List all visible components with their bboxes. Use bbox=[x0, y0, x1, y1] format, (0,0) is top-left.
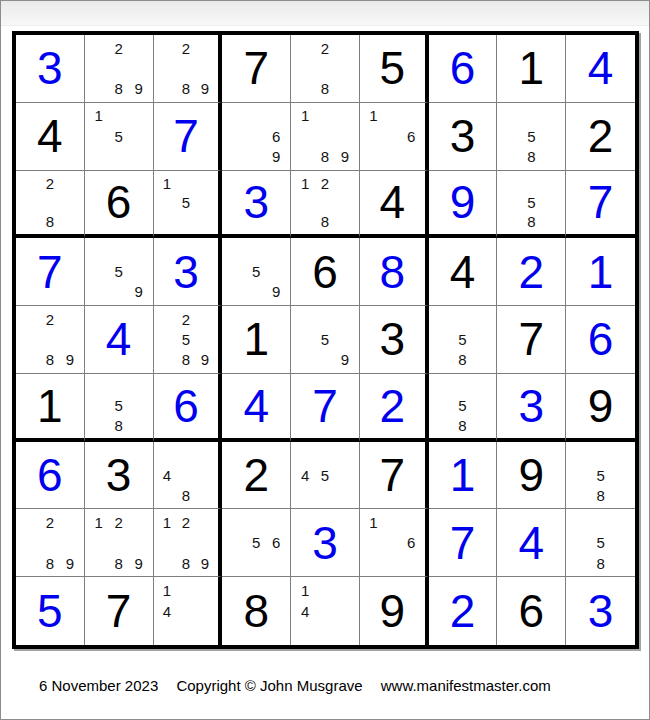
cell-r5c7[interactable]: 58 bbox=[429, 306, 498, 374]
pencil-mark-slot bbox=[295, 193, 315, 212]
pencil-mark-slot bbox=[195, 174, 214, 193]
pencil-mark-slot bbox=[315, 309, 335, 329]
cell-value: 2 bbox=[379, 383, 405, 429]
cell-value: 3 bbox=[312, 520, 338, 566]
pencil-mark-slot bbox=[570, 512, 590, 532]
cell-r8c4[interactable]: 56 bbox=[222, 509, 291, 577]
cell-r1c4[interactable]: 7 bbox=[222, 35, 291, 103]
cell-r5c9[interactable]: 6 bbox=[566, 306, 635, 374]
cell-value: 3 bbox=[37, 45, 63, 91]
pencil-mark-slot: 9 bbox=[335, 350, 355, 370]
pencil-mark-slot bbox=[109, 58, 129, 78]
cell-r9c5[interactable]: 14 bbox=[291, 577, 360, 645]
pencil-mark-slot bbox=[158, 309, 177, 329]
pencil-mark-slot: 2 bbox=[176, 309, 195, 329]
cell-value: 7 bbox=[588, 179, 614, 225]
cell-value: 4 bbox=[106, 316, 132, 362]
pencil-mark-slot bbox=[60, 174, 80, 193]
cell-r6c8[interactable]: 3 bbox=[497, 374, 566, 442]
pencil-mark-slot bbox=[40, 329, 60, 349]
cell-r4c8[interactable]: 2 bbox=[497, 238, 566, 306]
cell-r7c8[interactable]: 9 bbox=[497, 442, 566, 510]
cell-value: 2 bbox=[588, 113, 614, 159]
pencil-mark-slot bbox=[176, 621, 195, 642]
cell-r1c6[interactable]: 5 bbox=[360, 35, 429, 103]
pencil-mark-slot: 9 bbox=[195, 79, 214, 99]
pencil-mark-slot bbox=[89, 58, 109, 78]
cell-r4c2[interactable]: 59 bbox=[85, 238, 154, 306]
top-toolbar bbox=[1, 1, 649, 26]
cell-value: 2 bbox=[243, 452, 269, 498]
pencil-mark-slot: 8 bbox=[176, 553, 195, 573]
pencil-mark-slot bbox=[383, 126, 402, 146]
pencil-mark-slot bbox=[89, 79, 109, 99]
pencil-mark-slot bbox=[433, 350, 453, 370]
cell-r8c9[interactable]: 58 bbox=[566, 509, 635, 577]
pencil-mark-slot: 5 bbox=[521, 126, 541, 146]
pencil-mark-slot bbox=[611, 485, 631, 505]
pencil-mark-slot bbox=[246, 512, 266, 532]
pencil-mark-slot: 8 bbox=[176, 350, 195, 370]
cell-value: 3 bbox=[243, 179, 269, 225]
cell-r5c1[interactable]: 289 bbox=[16, 306, 85, 374]
cell-r6c1[interactable]: 1 bbox=[16, 374, 85, 442]
cell-value: 7 bbox=[519, 316, 545, 362]
cell-value: 1 bbox=[450, 452, 476, 498]
pencil-mark-slot: 9 bbox=[266, 282, 286, 302]
pencil-mark-slot bbox=[315, 580, 335, 601]
pencil-marks: 59 bbox=[222, 238, 290, 305]
cell-r6c4[interactable]: 4 bbox=[222, 374, 291, 442]
cell-value: 9 bbox=[450, 179, 476, 225]
cell-r9c1[interactable]: 5 bbox=[16, 577, 85, 645]
cell-r6c9[interactable]: 9 bbox=[566, 374, 635, 442]
pencil-mark-slot: 2 bbox=[315, 174, 335, 193]
pencil-mark-slot: 1 bbox=[364, 512, 383, 532]
pencil-mark-slot bbox=[501, 193, 521, 212]
pencil-mark-slot bbox=[176, 174, 195, 193]
pencil-mark-slot: 8 bbox=[521, 212, 541, 231]
cell-r1c2[interactable]: 289 bbox=[85, 35, 154, 103]
pencil-mark-slot bbox=[20, 512, 40, 532]
pencil-mark-slot bbox=[335, 601, 355, 622]
cell-r9c9[interactable]: 3 bbox=[566, 577, 635, 645]
cell-r4c1[interactable]: 7 bbox=[16, 238, 85, 306]
cell-r8c8[interactable]: 4 bbox=[497, 509, 566, 577]
pencil-mark-slot bbox=[611, 445, 631, 465]
pencil-mark-slot: 8 bbox=[453, 350, 473, 370]
pencil-mark-slot bbox=[89, 38, 109, 58]
pencil-marks: 14 bbox=[291, 577, 359, 645]
pencil-mark-slot bbox=[335, 193, 355, 212]
pencil-mark-slot bbox=[109, 282, 129, 302]
cell-r7c6[interactable]: 7 bbox=[360, 442, 429, 510]
pencil-mark-slot bbox=[364, 533, 383, 553]
pencil-mark-slot bbox=[453, 309, 473, 329]
pencil-mark-slot: 9 bbox=[195, 350, 214, 370]
pencil-mark-slot bbox=[158, 329, 177, 349]
pencil-mark-slot bbox=[40, 533, 60, 553]
pencil-marks: 58 bbox=[497, 103, 565, 170]
pencil-mark-slot bbox=[246, 241, 266, 261]
pencil-mark-slot: 9 bbox=[266, 146, 286, 166]
cell-r2c6[interactable]: 16 bbox=[360, 103, 429, 171]
cell-value: 7 bbox=[312, 383, 338, 429]
pencil-mark-slot bbox=[335, 212, 355, 231]
cell-value: 1 bbox=[588, 249, 614, 295]
cell-r3c3[interactable]: 15 bbox=[154, 171, 223, 239]
pencil-mark-slot bbox=[590, 512, 610, 532]
pencil-mark-slot bbox=[226, 146, 246, 166]
cell-r2c9[interactable]: 2 bbox=[566, 103, 635, 171]
pencil-marks: 1289 bbox=[154, 509, 219, 576]
pencil-mark-slot bbox=[266, 512, 286, 532]
pencil-mark-slot bbox=[266, 262, 286, 282]
pencil-mark-slot bbox=[20, 329, 40, 349]
pencil-marks: 14 bbox=[154, 577, 219, 645]
cell-r8c5[interactable]: 3 bbox=[291, 509, 360, 577]
pencil-mark-slot bbox=[176, 212, 195, 231]
pencil-marks: 1289 bbox=[85, 509, 153, 576]
pencil-mark-slot bbox=[364, 146, 383, 166]
pencil-mark-slot bbox=[226, 106, 246, 126]
cell-r1c7[interactable]: 6 bbox=[429, 35, 498, 103]
pencil-marks: 15 bbox=[154, 171, 219, 235]
pencil-marks: 289 bbox=[16, 306, 84, 373]
pencil-mark-slot: 8 bbox=[40, 350, 60, 370]
cell-r4c4[interactable]: 59 bbox=[222, 238, 291, 306]
pencil-mark-slot bbox=[195, 485, 214, 505]
pencil-mark-slot bbox=[295, 329, 315, 349]
cell-r4c9[interactable]: 1 bbox=[566, 238, 635, 306]
pencil-mark-slot: 8 bbox=[109, 553, 129, 573]
pencil-marks: 289 bbox=[154, 35, 219, 102]
cell-r3c4[interactable]: 3 bbox=[222, 171, 291, 239]
pencil-mark-slot bbox=[501, 106, 521, 126]
cell-value: 6 bbox=[588, 316, 614, 362]
cell-value: 3 bbox=[519, 383, 545, 429]
pencil-mark-slot bbox=[383, 512, 402, 532]
pencil-mark-slot bbox=[383, 106, 402, 126]
pencil-mark-slot bbox=[315, 106, 335, 126]
cell-r1c9[interactable]: 4 bbox=[566, 35, 635, 103]
pencil-mark-slot: 1 bbox=[158, 512, 177, 532]
cell-r3c9[interactable]: 7 bbox=[566, 171, 635, 239]
cell-r8c6[interactable]: 16 bbox=[360, 509, 429, 577]
cell-r5c2[interactable]: 4 bbox=[85, 306, 154, 374]
cell-value: 5 bbox=[37, 588, 63, 634]
pencil-mark-slot bbox=[335, 58, 355, 78]
sudoku-page: 3289289728561441576918916358228615312849… bbox=[0, 0, 650, 720]
pencil-marks: 59 bbox=[291, 306, 359, 373]
cell-value: 7 bbox=[243, 45, 269, 91]
pencil-mark-slot bbox=[611, 553, 631, 573]
pencil-mark-slot bbox=[60, 329, 80, 349]
pencil-mark-slot bbox=[176, 58, 195, 78]
cell-r6c2[interactable]: 58 bbox=[85, 374, 154, 442]
pencil-mark-slot bbox=[89, 415, 109, 434]
pencil-mark-slot bbox=[20, 350, 40, 370]
pencil-mark-slot bbox=[315, 193, 335, 212]
cell-value: 5 bbox=[379, 45, 405, 91]
pencil-mark-slot bbox=[335, 485, 355, 505]
pencil-mark-slot bbox=[266, 106, 286, 126]
pencil-mark-slot: 1 bbox=[158, 580, 177, 601]
pencil-mark-slot: 8 bbox=[315, 212, 335, 231]
cell-r8c1[interactable]: 289 bbox=[16, 509, 85, 577]
pencil-mark-slot bbox=[611, 533, 631, 553]
cell-r2c1[interactable]: 4 bbox=[16, 103, 85, 171]
pencil-marks: 48 bbox=[154, 442, 219, 509]
pencil-mark-slot: 9 bbox=[60, 553, 80, 573]
cell-r7c9[interactable]: 58 bbox=[566, 442, 635, 510]
pencil-mark-slot bbox=[158, 350, 177, 370]
cell-r8c3[interactable]: 1289 bbox=[154, 509, 223, 577]
pencil-mark-slot: 8 bbox=[590, 485, 610, 505]
pencil-mark-slot bbox=[129, 533, 149, 553]
pencil-mark-slot bbox=[453, 377, 473, 396]
pencil-mark-slot: 2 bbox=[315, 38, 335, 58]
pencil-mark-slot bbox=[20, 193, 40, 212]
cell-r8c7[interactable]: 7 bbox=[429, 509, 498, 577]
cell-r1c1[interactable]: 3 bbox=[16, 35, 85, 103]
pencil-mark-slot bbox=[158, 553, 177, 573]
pencil-mark-slot bbox=[60, 309, 80, 329]
pencil-mark-slot bbox=[195, 533, 214, 553]
cell-value: 3 bbox=[106, 452, 132, 498]
pencil-mark-slot: 4 bbox=[295, 601, 315, 622]
pencil-mark-slot bbox=[129, 512, 149, 532]
pencil-mark-slot bbox=[295, 350, 315, 370]
pencil-mark-slot: 1 bbox=[89, 106, 109, 126]
cell-r1c3[interactable]: 289 bbox=[154, 35, 223, 103]
pencil-mark-slot bbox=[226, 262, 246, 282]
footer: 6 November 2023 Copyright © John Musgrav… bbox=[39, 677, 565, 694]
pencil-mark-slot bbox=[501, 174, 521, 193]
cell-r9c7[interactable]: 2 bbox=[429, 577, 498, 645]
pencil-mark-slot bbox=[109, 533, 129, 553]
footer-website[interactable]: www.manifestmaster.com bbox=[381, 677, 551, 694]
pencil-mark-slot bbox=[195, 465, 214, 485]
pencil-mark-slot bbox=[246, 126, 266, 146]
pencil-mark-slot: 1 bbox=[295, 580, 315, 601]
pencil-marks: 56 bbox=[222, 509, 290, 576]
cell-r5c6[interactable]: 3 bbox=[360, 306, 429, 374]
pencil-mark-slot bbox=[226, 282, 246, 302]
cell-r9c3[interactable]: 14 bbox=[154, 577, 223, 645]
pencil-mark-slot bbox=[129, 38, 149, 58]
pencil-mark-slot bbox=[129, 241, 149, 261]
pencil-marks: 28 bbox=[291, 35, 359, 102]
cell-r1c8[interactable]: 1 bbox=[497, 35, 566, 103]
cell-r2c5[interactable]: 189 bbox=[291, 103, 360, 171]
pencil-mark-slot: 5 bbox=[109, 396, 129, 415]
cell-r5c4[interactable]: 1 bbox=[222, 306, 291, 374]
pencil-mark-slot bbox=[315, 485, 335, 505]
cell-r6c6[interactable]: 2 bbox=[360, 374, 429, 442]
pencil-mark-slot bbox=[195, 212, 214, 231]
pencil-mark-slot bbox=[473, 350, 493, 370]
cell-r3c1[interactable]: 28 bbox=[16, 171, 85, 239]
pencil-mark-slot bbox=[89, 241, 109, 261]
cell-r2c7[interactable]: 3 bbox=[429, 103, 498, 171]
cell-value: 7 bbox=[106, 588, 132, 634]
pencil-mark-slot: 5 bbox=[315, 465, 335, 485]
pencil-mark-slot bbox=[611, 465, 631, 485]
cell-value: 4 bbox=[379, 179, 405, 225]
pencil-mark-slot bbox=[383, 553, 402, 573]
pencil-marks: 15 bbox=[85, 103, 153, 170]
cell-value: 1 bbox=[243, 316, 269, 362]
cell-r3c5[interactable]: 128 bbox=[291, 171, 360, 239]
pencil-mark-slot bbox=[89, 126, 109, 146]
cell-value: 6 bbox=[450, 45, 476, 91]
pencil-mark-slot bbox=[246, 282, 266, 302]
pencil-mark-slot bbox=[129, 377, 149, 396]
pencil-marks: 128 bbox=[291, 171, 359, 235]
pencil-mark-slot bbox=[335, 329, 355, 349]
pencil-mark-slot: 9 bbox=[129, 282, 149, 302]
pencil-mark-slot bbox=[266, 553, 286, 573]
pencil-mark-slot: 5 bbox=[109, 126, 129, 146]
pencil-mark-slot: 1 bbox=[295, 106, 315, 126]
pencil-mark-slot bbox=[20, 212, 40, 231]
pencil-mark-slot bbox=[109, 377, 129, 396]
pencil-mark-slot: 1 bbox=[364, 106, 383, 126]
pencil-mark-slot bbox=[158, 621, 177, 642]
cell-r6c3[interactable]: 6 bbox=[154, 374, 223, 442]
pencil-mark-slot bbox=[158, 485, 177, 505]
pencil-mark-slot bbox=[20, 533, 40, 553]
pencil-mark-slot bbox=[195, 580, 214, 601]
cell-r7c5[interactable]: 45 bbox=[291, 442, 360, 510]
cell-r3c7[interactable]: 9 bbox=[429, 171, 498, 239]
cell-r3c6[interactable]: 4 bbox=[360, 171, 429, 239]
pencil-mark-slot: 9 bbox=[335, 146, 355, 166]
pencil-mark-slot bbox=[541, 146, 561, 166]
pencil-mark-slot: 1 bbox=[295, 174, 315, 193]
pencil-mark-slot: 9 bbox=[60, 350, 80, 370]
pencil-mark-slot bbox=[433, 309, 453, 329]
pencil-mark-slot bbox=[176, 533, 195, 553]
pencil-mark-slot: 8 bbox=[521, 146, 541, 166]
cell-r2c3[interactable]: 7 bbox=[154, 103, 223, 171]
pencil-mark-slot bbox=[335, 79, 355, 99]
pencil-mark-slot bbox=[246, 146, 266, 166]
pencil-mark-slot bbox=[129, 126, 149, 146]
cell-r3c8[interactable]: 58 bbox=[497, 171, 566, 239]
pencil-mark-slot bbox=[473, 396, 493, 415]
cell-r9c4[interactable]: 8 bbox=[222, 577, 291, 645]
pencil-mark-slot bbox=[433, 377, 453, 396]
cell-value: 3 bbox=[450, 113, 476, 159]
cell-r7c3[interactable]: 48 bbox=[154, 442, 223, 510]
cell-value: 6 bbox=[519, 588, 545, 634]
pencil-mark-slot: 5 bbox=[246, 533, 266, 553]
cell-r3c2[interactable]: 6 bbox=[85, 171, 154, 239]
cell-r1c5[interactable]: 28 bbox=[291, 35, 360, 103]
pencil-marks: 58 bbox=[429, 306, 497, 373]
pencil-mark-slot bbox=[89, 553, 109, 573]
cell-r8c2[interactable]: 1289 bbox=[85, 509, 154, 577]
pencil-mark-slot bbox=[60, 212, 80, 231]
pencil-mark-slot bbox=[195, 193, 214, 212]
pencil-marks: 289 bbox=[16, 509, 84, 576]
cell-r9c2[interactable]: 7 bbox=[85, 577, 154, 645]
pencil-mark-slot bbox=[364, 553, 383, 573]
pencil-mark-slot: 2 bbox=[176, 38, 195, 58]
pencil-mark-slot bbox=[246, 106, 266, 126]
pencil-mark-slot bbox=[158, 193, 177, 212]
cell-r6c5[interactable]: 7 bbox=[291, 374, 360, 442]
cell-r7c2[interactable]: 3 bbox=[85, 442, 154, 510]
pencil-mark-slot bbox=[295, 126, 315, 146]
pencil-marks: 16 bbox=[360, 509, 425, 576]
pencil-marks: 59 bbox=[85, 238, 153, 305]
cell-r2c4[interactable]: 69 bbox=[222, 103, 291, 171]
pencil-mark-slot bbox=[20, 309, 40, 329]
cell-value: 8 bbox=[379, 249, 405, 295]
cell-r4c3[interactable]: 3 bbox=[154, 238, 223, 306]
pencil-mark-slot bbox=[129, 396, 149, 415]
cell-r9c8[interactable]: 6 bbox=[497, 577, 566, 645]
cell-r5c8[interactable]: 7 bbox=[497, 306, 566, 374]
cell-value: 4 bbox=[243, 383, 269, 429]
pencil-mark-slot: 5 bbox=[176, 329, 195, 349]
pencil-mark-slot bbox=[473, 309, 493, 329]
pencil-mark-slot bbox=[176, 580, 195, 601]
cell-value: 2 bbox=[450, 588, 476, 634]
cell-r2c8[interactable]: 58 bbox=[497, 103, 566, 171]
pencil-mark-slot bbox=[335, 465, 355, 485]
pencil-mark-slot: 6 bbox=[402, 533, 421, 553]
pencil-mark-slot bbox=[501, 212, 521, 231]
pencil-mark-slot: 8 bbox=[40, 212, 60, 231]
pencil-mark-slot bbox=[402, 146, 421, 166]
cell-value: 6 bbox=[106, 179, 132, 225]
cell-r7c1[interactable]: 6 bbox=[16, 442, 85, 510]
pencil-mark-slot: 2 bbox=[109, 512, 129, 532]
cell-r7c4[interactable]: 2 bbox=[222, 442, 291, 510]
cell-r4c5[interactable]: 6 bbox=[291, 238, 360, 306]
pencil-mark-slot bbox=[295, 621, 315, 642]
cell-r6c7[interactable]: 58 bbox=[429, 374, 498, 442]
pencil-marks: 189 bbox=[291, 103, 359, 170]
footer-date: 6 November 2023 bbox=[39, 677, 158, 694]
cell-r9c6[interactable]: 9 bbox=[360, 577, 429, 645]
pencil-mark-slot bbox=[195, 621, 214, 642]
cell-r5c3[interactable]: 2589 bbox=[154, 306, 223, 374]
pencil-mark-slot bbox=[295, 79, 315, 99]
pencil-mark-slot bbox=[226, 126, 246, 146]
cell-r4c7[interactable]: 4 bbox=[429, 238, 498, 306]
pencil-mark-slot bbox=[89, 282, 109, 302]
pencil-mark-slot bbox=[315, 601, 335, 622]
pencil-mark-slot bbox=[433, 396, 453, 415]
pencil-mark-slot: 6 bbox=[266, 533, 286, 553]
pencil-mark-slot bbox=[158, 58, 177, 78]
pencil-mark-slot bbox=[195, 38, 214, 58]
pencil-mark-slot: 4 bbox=[295, 465, 315, 485]
pencil-mark-slot bbox=[109, 146, 129, 166]
pencil-mark-slot bbox=[295, 309, 315, 329]
cell-r4c6[interactable]: 8 bbox=[360, 238, 429, 306]
pencil-mark-slot: 2 bbox=[40, 512, 60, 532]
pencil-mark-slot: 8 bbox=[315, 146, 335, 166]
cell-r5c5[interactable]: 59 bbox=[291, 306, 360, 374]
cell-r2c2[interactable]: 15 bbox=[85, 103, 154, 171]
cell-r7c7[interactable]: 1 bbox=[429, 442, 498, 510]
